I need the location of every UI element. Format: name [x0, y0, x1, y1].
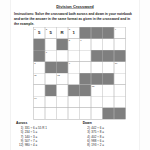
cell-clue-number: 9 — [69, 62, 70, 65]
blocked-cell — [45, 62, 56, 73]
blocked-cell — [80, 27, 91, 38]
blocked-cell — [57, 62, 68, 73]
grid-cell: 31 — [68, 27, 79, 38]
cell-clue-number: 11 — [34, 73, 36, 76]
grid-cell — [57, 50, 68, 61]
grid-cell — [34, 85, 45, 96]
grid-cell: 14 — [34, 96, 45, 107]
down-header: Down — [83, 121, 136, 125]
blocked-cell — [91, 50, 102, 61]
across-header: Across — [16, 121, 79, 125]
worksheet-page: Division Crossword Instructions: Solve t… — [0, 0, 150, 150]
blocked-cell — [45, 85, 56, 96]
clue-text: 980 ÷ 4 = — [25, 143, 80, 147]
blocked-cell — [114, 108, 125, 119]
clue-number: 12) — [16, 143, 25, 147]
clue-number: 8) — [83, 143, 92, 147]
blocked-cell — [103, 108, 114, 119]
grid-cell: 12 — [57, 73, 68, 84]
grid-cell — [68, 73, 79, 84]
grid-cell — [103, 96, 114, 107]
cell-clue-number: 12 — [57, 73, 60, 76]
clue-text: 193 ÷ 2 = — [91, 143, 136, 147]
grid-cell: 7 — [45, 50, 56, 61]
grid-cell — [57, 108, 68, 119]
blocked-cell — [91, 27, 102, 38]
instructions-text: Instructions: Solve the crossword both a… — [14, 12, 136, 26]
grid-cell: 10 — [114, 62, 125, 73]
blocked-cell — [34, 50, 45, 61]
grid-cell: 6 — [80, 39, 91, 50]
blocked-cell — [103, 50, 114, 61]
blocked-cell — [68, 85, 79, 96]
grid-cell — [80, 96, 91, 107]
clue-item: 8)193 ÷ 2 = — [83, 143, 136, 147]
grid-cell: 9 — [68, 62, 79, 73]
across-clues-column: Across 1)331 ÷ 6 = 55 R 15)234 ÷ 5 =7)14… — [16, 121, 79, 147]
cell-clue-number: 6 — [80, 39, 81, 42]
grid-cell — [114, 85, 125, 96]
cell-clue-number: 5 — [69, 39, 70, 42]
blocked-cell — [57, 39, 68, 50]
grid-cell — [80, 108, 91, 119]
blocked-cell — [34, 39, 45, 50]
clue-item: 12)980 ÷ 4 = — [16, 143, 79, 147]
example-answer-char: 5 — [45, 30, 56, 35]
blocked-cell — [103, 27, 114, 38]
grid-cell — [45, 39, 56, 50]
example-answer-char: 1 — [68, 30, 79, 35]
grid-cell: R — [57, 27, 68, 38]
blocked-cell — [103, 73, 114, 84]
grid-cell: 4 — [114, 27, 125, 38]
blocked-cell — [91, 73, 102, 84]
grid-cell — [34, 108, 45, 119]
grid-cell — [57, 96, 68, 107]
crossword-grid: 1525R314567891011121314 — [33, 27, 125, 119]
grid-cell — [103, 85, 114, 96]
grid-cell — [103, 39, 114, 50]
grid-cell — [80, 50, 91, 61]
grid-cell — [45, 108, 56, 119]
grid-cell — [80, 62, 91, 73]
grid-cell — [91, 39, 102, 50]
down-clues-column: Down 2)442 ÷ 6 =3)375 ÷ 8 =4)402 ÷ 8 =6)… — [83, 121, 136, 147]
grid-cell — [45, 73, 56, 84]
grid-cell — [91, 108, 102, 119]
page-title: Division Crossword — [0, 4, 150, 9]
blocked-cell — [80, 73, 91, 84]
grid-cell: 13 — [91, 85, 102, 96]
grid-cell: 8 — [34, 62, 45, 73]
grid-cell: 11 — [34, 73, 45, 84]
grid-cell: 25 — [45, 27, 56, 38]
cell-clue-number: 4 — [115, 27, 116, 30]
grid-cell — [68, 50, 79, 61]
grid-cell — [114, 96, 125, 107]
cell-clue-number: 10 — [115, 62, 118, 65]
cell-clue-number: 7 — [46, 50, 47, 53]
example-answer-char: R — [57, 30, 68, 35]
grid-cell — [45, 96, 56, 107]
grid-cell — [114, 39, 125, 50]
grid-cell — [68, 108, 79, 119]
grid-cell — [91, 96, 102, 107]
grid-cell: 15 — [34, 27, 45, 38]
grid-cell: 5 — [68, 39, 79, 50]
cell-clue-number: 14 — [34, 96, 37, 99]
grid-cell — [57, 85, 68, 96]
example-answer-char: 5 — [34, 30, 45, 35]
grid-cell — [114, 73, 125, 84]
cell-clue-number: 13 — [92, 85, 95, 88]
grid-cell — [68, 96, 79, 107]
grid-cell — [103, 62, 114, 73]
blocked-cell — [80, 85, 91, 96]
grid-cell — [91, 62, 102, 73]
cell-clue-number: 8 — [34, 62, 35, 65]
blocked-cell — [114, 50, 125, 61]
